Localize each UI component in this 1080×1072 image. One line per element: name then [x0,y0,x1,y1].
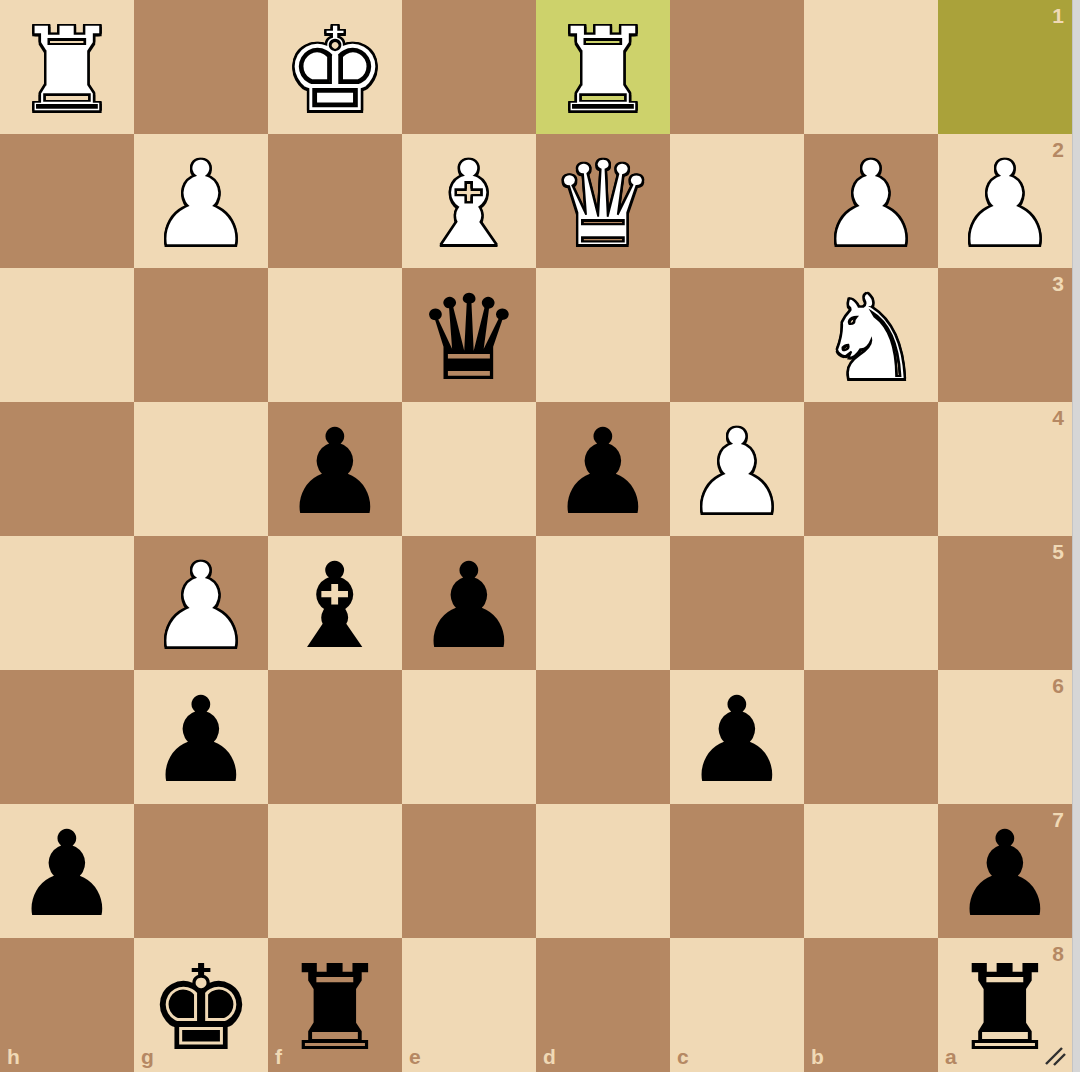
square-e6[interactable] [402,670,536,804]
square-b6[interactable] [804,670,938,804]
square-f1[interactable]: ♚ [268,0,402,134]
square-b4[interactable] [804,402,938,536]
square-h4[interactable] [0,402,134,536]
square-c7[interactable] [670,804,804,938]
page: ♜♚♜1♟♝♛♟♟2♛♞3♟♟♟4♟♝♟5♟♟6♟♟7h♚g♜fedcb♜8a [0,0,1080,1072]
square-g3[interactable] [134,268,268,402]
white-knight[interactable]: ♞ [804,271,938,405]
square-c1[interactable] [670,0,804,134]
square-a6[interactable]: 6 [938,670,1072,804]
black-pawn[interactable]: ♟ [402,539,536,673]
white-king[interactable]: ♚ [268,3,402,137]
square-f8[interactable]: ♜f [268,938,402,1072]
square-e3[interactable]: ♛ [402,268,536,402]
square-d4[interactable]: ♟ [536,402,670,536]
square-d7[interactable] [536,804,670,938]
square-g2[interactable]: ♟ [134,134,268,268]
square-g4[interactable] [134,402,268,536]
black-queen[interactable]: ♛ [402,271,536,405]
square-a7[interactable]: ♟7 [938,804,1072,938]
square-a5[interactable]: 5 [938,536,1072,670]
square-f4[interactable]: ♟ [268,402,402,536]
black-rook[interactable]: ♜ [268,941,402,1072]
square-f2[interactable] [268,134,402,268]
square-e5[interactable]: ♟ [402,536,536,670]
black-pawn[interactable]: ♟ [536,405,670,539]
chess-board[interactable]: ♜♚♜1♟♝♛♟♟2♛♞3♟♟♟4♟♝♟5♟♟6♟♟7h♚g♜fedcb♜8a [0,0,1072,1072]
square-d5[interactable] [536,536,670,670]
black-king[interactable]: ♚ [134,941,268,1072]
square-f5[interactable]: ♝ [268,536,402,670]
file-label-h: h [7,1045,20,1069]
square-b1[interactable] [804,0,938,134]
rank-label-4: 4 [1052,406,1064,430]
white-pawn[interactable]: ♟ [804,137,938,271]
square-h7[interactable]: ♟ [0,804,134,938]
square-e4[interactable] [402,402,536,536]
square-e1[interactable] [402,0,536,134]
square-c4[interactable]: ♟ [670,402,804,536]
square-h1[interactable]: ♜ [0,0,134,134]
white-pawn[interactable]: ♟ [134,137,268,271]
square-h8[interactable]: h [0,938,134,1072]
square-a3[interactable]: 3 [938,268,1072,402]
white-queen[interactable]: ♛ [536,137,670,271]
square-e8[interactable]: e [402,938,536,1072]
white-rook[interactable]: ♜ [0,3,134,137]
square-h5[interactable] [0,536,134,670]
square-c2[interactable] [670,134,804,268]
square-e2[interactable]: ♝ [402,134,536,268]
square-d1[interactable]: ♜ [536,0,670,134]
black-pawn[interactable]: ♟ [670,673,804,807]
square-d8[interactable]: d [536,938,670,1072]
square-c5[interactable] [670,536,804,670]
square-g1[interactable] [134,0,268,134]
square-c3[interactable] [670,268,804,402]
square-a4[interactable]: 4 [938,402,1072,536]
square-c6[interactable]: ♟ [670,670,804,804]
square-g8[interactable]: ♚g [134,938,268,1072]
black-pawn[interactable]: ♟ [0,807,134,941]
file-label-e: e [409,1045,421,1069]
square-h2[interactable] [0,134,134,268]
square-b5[interactable] [804,536,938,670]
white-pawn[interactable]: ♟ [938,137,1072,271]
white-bishop[interactable]: ♝ [402,137,536,271]
square-b7[interactable] [804,804,938,938]
file-label-b: b [811,1045,824,1069]
square-b3[interactable]: ♞ [804,268,938,402]
square-f7[interactable] [268,804,402,938]
board-resize-handle-icon[interactable] [1042,1042,1068,1068]
square-d3[interactable] [536,268,670,402]
rank-label-1: 1 [1052,4,1064,28]
square-e7[interactable] [402,804,536,938]
square-d2[interactable]: ♛ [536,134,670,268]
square-a2[interactable]: ♟2 [938,134,1072,268]
page-background-strip [1072,0,1080,1072]
square-b8[interactable]: b [804,938,938,1072]
square-g6[interactable]: ♟ [134,670,268,804]
rank-label-6: 6 [1052,674,1064,698]
square-d6[interactable] [536,670,670,804]
black-bishop[interactable]: ♝ [268,539,402,673]
black-pawn[interactable]: ♟ [938,807,1072,941]
square-g5[interactable]: ♟ [134,536,268,670]
rank-label-3: 3 [1052,272,1064,296]
square-f3[interactable] [268,268,402,402]
square-h3[interactable] [0,268,134,402]
square-a1[interactable]: 1 [938,0,1072,134]
file-label-d: d [543,1045,556,1069]
file-label-c: c [677,1045,689,1069]
square-c8[interactable]: c [670,938,804,1072]
square-b2[interactable]: ♟ [804,134,938,268]
black-pawn[interactable]: ♟ [268,405,402,539]
white-rook[interactable]: ♜ [536,3,670,137]
square-f6[interactable] [268,670,402,804]
white-pawn[interactable]: ♟ [134,539,268,673]
square-h6[interactable] [0,670,134,804]
white-pawn[interactable]: ♟ [670,405,804,539]
black-pawn[interactable]: ♟ [134,673,268,807]
square-g7[interactable] [134,804,268,938]
rank-label-5: 5 [1052,540,1064,564]
